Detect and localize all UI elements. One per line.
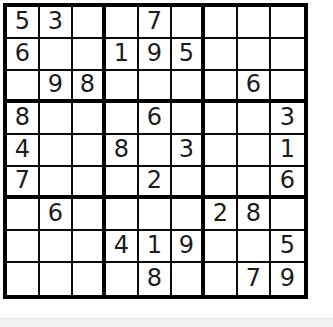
cell-r4c4[interactable] [106, 103, 139, 135]
sudoku-page: 537619598686348317266284195879 [0, 0, 333, 327]
cell-r5c4[interactable]: 8 [106, 135, 139, 167]
cell-r9c4[interactable] [106, 263, 139, 295]
cell-r3c5[interactable] [139, 71, 172, 103]
cell-r9c6[interactable] [172, 263, 205, 295]
cell-r8c6[interactable]: 9 [172, 231, 205, 263]
cell-r3c3[interactable]: 8 [73, 71, 106, 103]
cell-r7c2[interactable]: 6 [40, 199, 73, 231]
cell-r4c6[interactable] [172, 103, 205, 135]
cell-r7c6[interactable] [172, 199, 205, 231]
cell-r3c2[interactable]: 9 [40, 71, 73, 103]
cell-r1c7[interactable] [205, 7, 238, 39]
cell-r3c8[interactable]: 6 [238, 71, 271, 103]
cell-r2c1[interactable]: 6 [7, 39, 40, 71]
cell-r3c9[interactable] [271, 71, 304, 103]
cell-r5c7[interactable] [205, 135, 238, 167]
cell-r2c5[interactable]: 9 [139, 39, 172, 71]
cell-r2c2[interactable] [40, 39, 73, 71]
cell-r5c1[interactable]: 4 [7, 135, 40, 167]
cell-r2c3[interactable] [73, 39, 106, 71]
cell-r8c9[interactable]: 5 [271, 231, 304, 263]
cell-r4c3[interactable] [73, 103, 106, 135]
cell-r8c2[interactable] [40, 231, 73, 263]
cell-r1c3[interactable] [73, 7, 106, 39]
cell-r3c4[interactable] [106, 71, 139, 103]
cell-r3c6[interactable] [172, 71, 205, 103]
cell-r7c4[interactable] [106, 199, 139, 231]
cell-r7c9[interactable] [271, 199, 304, 231]
cell-r5c2[interactable] [40, 135, 73, 167]
cell-r6c1[interactable]: 7 [7, 167, 40, 199]
cell-r6c8[interactable] [238, 167, 271, 199]
cell-r5c3[interactable] [73, 135, 106, 167]
cell-r7c5[interactable] [139, 199, 172, 231]
cell-r6c9[interactable]: 6 [271, 167, 304, 199]
cell-r5c8[interactable] [238, 135, 271, 167]
cell-r9c2[interactable] [40, 263, 73, 295]
cell-r1c8[interactable] [238, 7, 271, 39]
cell-r4c9[interactable]: 3 [271, 103, 304, 135]
cell-r8c4[interactable]: 4 [106, 231, 139, 263]
cell-r2c9[interactable] [271, 39, 304, 71]
sudoku-board: 537619598686348317266284195879 [3, 3, 308, 299]
cell-r9c9[interactable]: 9 [271, 263, 304, 295]
cell-r6c3[interactable] [73, 167, 106, 199]
cell-r8c3[interactable] [73, 231, 106, 263]
cell-r5c9[interactable]: 1 [271, 135, 304, 167]
cell-r3c7[interactable] [205, 71, 238, 103]
cell-r7c8[interactable]: 8 [238, 199, 271, 231]
cell-r1c5[interactable]: 7 [139, 7, 172, 39]
cell-r4c8[interactable] [238, 103, 271, 135]
cell-r5c6[interactable]: 3 [172, 135, 205, 167]
cell-r4c5[interactable]: 6 [139, 103, 172, 135]
cell-r9c8[interactable]: 7 [238, 263, 271, 295]
cell-r1c1[interactable]: 5 [7, 7, 40, 39]
cell-r1c4[interactable] [106, 7, 139, 39]
cell-r6c5[interactable]: 2 [139, 167, 172, 199]
cell-r7c3[interactable] [73, 199, 106, 231]
page-bottom-strip [0, 318, 333, 327]
cell-r9c1[interactable] [7, 263, 40, 295]
cell-r9c3[interactable] [73, 263, 106, 295]
cell-r4c7[interactable] [205, 103, 238, 135]
cell-r8c8[interactable] [238, 231, 271, 263]
cell-r1c2[interactable]: 3 [40, 7, 73, 39]
cell-r7c1[interactable] [7, 199, 40, 231]
cell-r6c4[interactable] [106, 167, 139, 199]
cell-r6c6[interactable] [172, 167, 205, 199]
cell-r9c5[interactable]: 8 [139, 263, 172, 295]
cell-r3c1[interactable] [7, 71, 40, 103]
cell-r2c8[interactable] [238, 39, 271, 71]
cell-r4c2[interactable] [40, 103, 73, 135]
cell-r8c1[interactable] [7, 231, 40, 263]
cell-r8c7[interactable] [205, 231, 238, 263]
cell-r1c6[interactable] [172, 7, 205, 39]
cell-r6c7[interactable] [205, 167, 238, 199]
cell-r4c1[interactable]: 8 [7, 103, 40, 135]
cell-r2c7[interactable] [205, 39, 238, 71]
cell-r1c9[interactable] [271, 7, 304, 39]
cell-r6c2[interactable] [40, 167, 73, 199]
cell-r9c7[interactable] [205, 263, 238, 295]
cell-r8c5[interactable]: 1 [139, 231, 172, 263]
cell-r5c5[interactable] [139, 135, 172, 167]
cell-r7c7[interactable]: 2 [205, 199, 238, 231]
cell-r2c4[interactable]: 1 [106, 39, 139, 71]
cell-r2c6[interactable]: 5 [172, 39, 205, 71]
